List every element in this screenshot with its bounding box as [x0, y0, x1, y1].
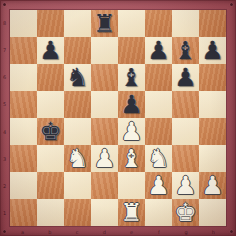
black-pawn-e5[interactable]: ♟ [120, 91, 142, 118]
square-b8[interactable] [37, 10, 64, 37]
square-a6[interactable] [10, 64, 37, 91]
square-d4[interactable] [91, 118, 118, 145]
white-pawn-e4[interactable]: ♟ [120, 118, 142, 145]
rank-label-1: 1 [0, 200, 9, 227]
square-b7[interactable]: ♟ [37, 37, 64, 64]
square-c3[interactable]: ♞ [64, 145, 91, 172]
black-king-b4[interactable]: ♚ [39, 118, 61, 145]
square-d1[interactable] [91, 199, 118, 226]
rank-label-5: 5 [0, 91, 9, 118]
square-e2[interactable] [118, 172, 145, 199]
square-h8[interactable] [199, 10, 226, 37]
square-e8[interactable] [118, 10, 145, 37]
square-c2[interactable] [64, 172, 91, 199]
square-g6[interactable]: ♟ [172, 64, 199, 91]
square-g4[interactable] [172, 118, 199, 145]
square-e4[interactable]: ♟ [118, 118, 145, 145]
square-b6[interactable] [37, 64, 64, 91]
square-e3[interactable]: ♝ [118, 145, 145, 172]
square-d8[interactable]: ♜ [91, 10, 118, 37]
square-c8[interactable] [64, 10, 91, 37]
square-c7[interactable] [64, 37, 91, 64]
square-h2[interactable]: ♟ [199, 172, 226, 199]
square-a4[interactable] [10, 118, 37, 145]
black-pawn-g6[interactable]: ♟ [174, 64, 196, 91]
black-pawn-h7[interactable]: ♟ [201, 37, 223, 64]
rank-label-7: 7 [0, 36, 9, 63]
square-e7[interactable] [118, 37, 145, 64]
square-a5[interactable] [10, 91, 37, 118]
square-h5[interactable] [199, 91, 226, 118]
white-pawn-h2[interactable]: ♟ [201, 172, 223, 199]
white-knight-f3[interactable]: ♞ [147, 145, 169, 172]
square-h1[interactable] [199, 199, 226, 226]
corner-screw-icon [230, 230, 233, 233]
file-label-h: h [200, 227, 227, 236]
square-h7[interactable]: ♟ [199, 37, 226, 64]
square-f6[interactable] [145, 64, 172, 91]
square-a2[interactable] [10, 172, 37, 199]
rank-label-4: 4 [0, 118, 9, 145]
corner-screw-icon [230, 3, 233, 6]
square-a1[interactable] [10, 199, 37, 226]
square-d6[interactable] [91, 64, 118, 91]
square-f3[interactable]: ♞ [145, 145, 172, 172]
square-g3[interactable] [172, 145, 199, 172]
square-g1[interactable]: ♚ [172, 199, 199, 226]
square-h6[interactable] [199, 64, 226, 91]
square-g7[interactable]: ♝ [172, 37, 199, 64]
square-e6[interactable]: ♝ [118, 64, 145, 91]
square-h4[interactable] [199, 118, 226, 145]
square-a8[interactable] [10, 10, 37, 37]
square-c5[interactable] [64, 91, 91, 118]
chess-board: ♜♟♟♝♟♞♝♟♟♚♟♞♟♝♞♟♟♟♜♚ [9, 9, 227, 227]
file-label-e: e [118, 227, 145, 236]
square-b2[interactable] [37, 172, 64, 199]
rank-label-2: 2 [0, 173, 9, 200]
square-d7[interactable] [91, 37, 118, 64]
black-pawn-f7[interactable]: ♟ [147, 37, 169, 64]
square-g8[interactable] [172, 10, 199, 37]
white-king-g1[interactable]: ♚ [174, 199, 196, 226]
rank-labels: 87654321 [0, 9, 9, 227]
black-bishop-e6[interactable]: ♝ [120, 64, 142, 91]
rank-label-6: 6 [0, 64, 9, 91]
square-b1[interactable] [37, 199, 64, 226]
black-bishop-g7[interactable]: ♝ [174, 37, 196, 64]
square-f7[interactable]: ♟ [145, 37, 172, 64]
white-rook-e1[interactable]: ♜ [120, 199, 142, 226]
square-b5[interactable] [37, 91, 64, 118]
square-d5[interactable] [91, 91, 118, 118]
rank-label-3: 3 [0, 145, 9, 172]
corner-screw-icon [3, 3, 6, 6]
square-f5[interactable] [145, 91, 172, 118]
file-label-c: c [64, 227, 91, 236]
file-label-f: f [145, 227, 172, 236]
black-knight-c6[interactable]: ♞ [66, 64, 88, 91]
file-label-g: g [173, 227, 200, 236]
square-g2[interactable]: ♟ [172, 172, 199, 199]
file-label-d: d [91, 227, 118, 236]
square-d3[interactable]: ♟ [91, 145, 118, 172]
square-a3[interactable] [10, 145, 37, 172]
square-g5[interactable] [172, 91, 199, 118]
white-bishop-e3[interactable]: ♝ [120, 145, 142, 172]
chess-board-photo: 87654321 abcdefgh ♜♟♟♝♟♞♝♟♟♚♟♞♟♝♞♟♟♟♜♚ [0, 0, 236, 236]
square-b3[interactable] [37, 145, 64, 172]
file-label-a: a [9, 227, 36, 236]
square-c4[interactable] [64, 118, 91, 145]
square-d2[interactable] [91, 172, 118, 199]
white-knight-c3[interactable]: ♞ [66, 145, 88, 172]
square-f8[interactable] [145, 10, 172, 37]
corner-screw-icon [3, 230, 6, 233]
square-b4[interactable]: ♚ [37, 118, 64, 145]
square-e1[interactable]: ♜ [118, 199, 145, 226]
square-a7[interactable] [10, 37, 37, 64]
white-pawn-d3[interactable]: ♟ [93, 145, 115, 172]
square-f4[interactable] [145, 118, 172, 145]
file-label-b: b [36, 227, 63, 236]
square-e5[interactable]: ♟ [118, 91, 145, 118]
black-pawn-b7[interactable]: ♟ [39, 37, 61, 64]
white-pawn-g2[interactable]: ♟ [174, 172, 196, 199]
rank-label-8: 8 [0, 9, 9, 36]
square-c1[interactable] [64, 199, 91, 226]
square-f2[interactable]: ♟ [145, 172, 172, 199]
square-c6[interactable]: ♞ [64, 64, 91, 91]
black-rook-d8[interactable]: ♜ [93, 10, 115, 37]
file-labels: abcdefgh [9, 227, 227, 236]
square-h3[interactable] [199, 145, 226, 172]
square-f1[interactable] [145, 199, 172, 226]
white-pawn-f2[interactable]: ♟ [147, 172, 169, 199]
